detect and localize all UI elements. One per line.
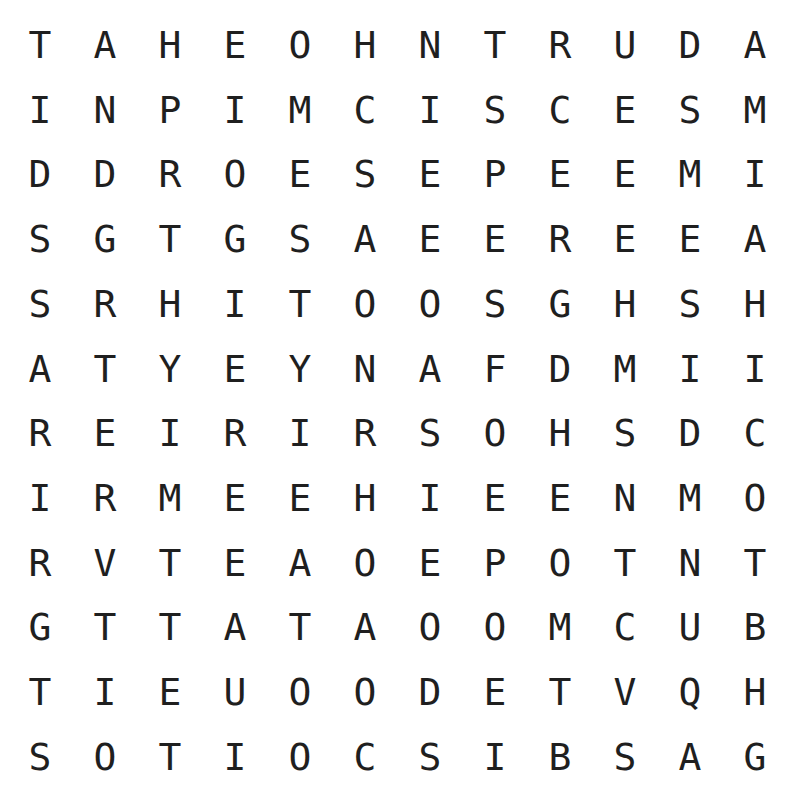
grid-cell-r4c10[interactable]: E — [593, 207, 658, 272]
grid-cell-r9c5[interactable]: A — [268, 530, 333, 595]
grid-cell-r7c4[interactable]: R — [203, 401, 268, 466]
grid-cell-r7c11[interactable]: D — [658, 401, 723, 466]
grid-cell-r5c12[interactable]: H — [723, 271, 788, 336]
grid-cell-r7c2[interactable]: E — [73, 401, 138, 466]
grid-cell-r10c1[interactable]: G — [8, 595, 73, 660]
grid-cell-r7c10[interactable]: S — [593, 401, 658, 466]
grid-cell-r5c7[interactable]: O — [398, 271, 463, 336]
grid-cell-r5c4[interactable]: I — [203, 271, 268, 336]
grid-cell-r11c8[interactable]: E — [463, 660, 528, 725]
grid-cell-r4c4[interactable]: G — [203, 207, 268, 272]
grid-cell-r9c9[interactable]: O — [528, 530, 593, 595]
grid-cell-r9c2[interactable]: V — [73, 530, 138, 595]
grid-cell-r3c6[interactable]: S — [333, 142, 398, 207]
grid-cell-r6c6[interactable]: N — [333, 336, 398, 401]
grid-cell-r2c2[interactable]: N — [73, 77, 138, 142]
grid-cell-r6c11[interactable]: I — [658, 336, 723, 401]
grid-cell-r7c8[interactable]: O — [463, 401, 528, 466]
grid-cell-r12c11[interactable]: A — [658, 725, 723, 790]
grid-cell-r6c2[interactable]: T — [73, 336, 138, 401]
grid-cell-r1c5[interactable]: O — [268, 13, 333, 78]
grid-cell-r8c7[interactable]: I — [398, 466, 463, 531]
grid-cell-r11c5[interactable]: O — [268, 660, 333, 725]
grid-cell-r3c9[interactable]: E — [528, 142, 593, 207]
grid-cell-r12c2[interactable]: O — [73, 725, 138, 790]
grid-cell-r3c12[interactable]: I — [723, 142, 788, 207]
grid-cell-r7c5[interactable]: I — [268, 401, 333, 466]
grid-cell-r10c4[interactable]: A — [203, 595, 268, 660]
grid-cell-r12c4[interactable]: I — [203, 725, 268, 790]
grid-cell-r3c4[interactable]: O — [203, 142, 268, 207]
grid-cell-r6c9[interactable]: D — [528, 336, 593, 401]
grid-cell-r6c3[interactable]: Y — [138, 336, 203, 401]
grid-cell-r11c7[interactable]: D — [398, 660, 463, 725]
grid-cell-r9c11[interactable]: N — [658, 530, 723, 595]
grid-cell-r2c9[interactable]: C — [528, 77, 593, 142]
grid-cell-r4c7[interactable]: E — [398, 207, 463, 272]
grid-cell-r6c1[interactable]: A — [8, 336, 73, 401]
grid-cell-r3c7[interactable]: E — [398, 142, 463, 207]
grid-cell-r1c1[interactable]: T — [8, 13, 73, 78]
grid-cell-r11c2[interactable]: I — [73, 660, 138, 725]
grid-cell-r10c9[interactable]: M — [528, 595, 593, 660]
grid-cell-r5c3[interactable]: H — [138, 271, 203, 336]
grid-cell-r5c8[interactable]: S — [463, 271, 528, 336]
grid-cell-r2c8[interactable]: S — [463, 77, 528, 142]
grid-cell-r10c6[interactable]: A — [333, 595, 398, 660]
grid-cell-r4c11[interactable]: E — [658, 207, 723, 272]
grid-cell-r1c9[interactable]: R — [528, 13, 593, 78]
grid-cell-r2c12[interactable]: M — [723, 77, 788, 142]
grid-cell-r3c10[interactable]: E — [593, 142, 658, 207]
grid-cell-r12c6[interactable]: C — [333, 725, 398, 790]
grid-cell-r2c7[interactable]: I — [398, 77, 463, 142]
grid-cell-r5c11[interactable]: S — [658, 271, 723, 336]
grid-cell-r10c2[interactable]: T — [73, 595, 138, 660]
grid-cell-r4c2[interactable]: G — [73, 207, 138, 272]
grid-cell-r9c8[interactable]: P — [463, 530, 528, 595]
grid-cell-r2c11[interactable]: S — [658, 77, 723, 142]
grid-cell-r6c5[interactable]: Y — [268, 336, 333, 401]
grid-cell-r2c6[interactable]: C — [333, 77, 398, 142]
grid-cell-r2c3[interactable]: P — [138, 77, 203, 142]
grid-cell-r8c4[interactable]: E — [203, 466, 268, 531]
grid-cell-r11c3[interactable]: E — [138, 660, 203, 725]
grid-cell-r12c8[interactable]: I — [463, 725, 528, 790]
grid-cell-r5c1[interactable]: S — [8, 271, 73, 336]
grid-cell-r8c6[interactable]: H — [333, 466, 398, 531]
grid-cell-r11c9[interactable]: T — [528, 660, 593, 725]
grid-cell-r10c3[interactable]: T — [138, 595, 203, 660]
grid-cell-r5c6[interactable]: O — [333, 271, 398, 336]
grid-cell-r3c8[interactable]: P — [463, 142, 528, 207]
grid-cell-r8c2[interactable]: R — [73, 466, 138, 531]
grid-cell-r1c7[interactable]: N — [398, 13, 463, 78]
grid-cell-r7c9[interactable]: H — [528, 401, 593, 466]
grid-cell-r9c6[interactable]: O — [333, 530, 398, 595]
grid-cell-r8c12[interactable]: O — [723, 466, 788, 531]
grid-cell-r6c4[interactable]: E — [203, 336, 268, 401]
grid-cell-r8c5[interactable]: E — [268, 466, 333, 531]
grid-cell-r5c5[interactable]: T — [268, 271, 333, 336]
grid-cell-r11c11[interactable]: Q — [658, 660, 723, 725]
grid-cell-r12c12[interactable]: G — [723, 725, 788, 790]
grid-cell-r8c11[interactable]: M — [658, 466, 723, 531]
grid-cell-r4c6[interactable]: A — [333, 207, 398, 272]
grid-cell-r7c6[interactable]: R — [333, 401, 398, 466]
grid-cell-r4c3[interactable]: T — [138, 207, 203, 272]
grid-cell-r7c1[interactable]: R — [8, 401, 73, 466]
grid-cell-r3c11[interactable]: M — [658, 142, 723, 207]
grid-cell-r1c8[interactable]: T — [463, 13, 528, 78]
grid-cell-r11c4[interactable]: U — [203, 660, 268, 725]
grid-cell-r5c9[interactable]: G — [528, 271, 593, 336]
grid-cell-r12c10[interactable]: S — [593, 725, 658, 790]
grid-cell-r10c5[interactable]: T — [268, 595, 333, 660]
grid-cell-r8c9[interactable]: E — [528, 466, 593, 531]
grid-cell-r12c3[interactable]: T — [138, 725, 203, 790]
grid-cell-r6c10[interactable]: M — [593, 336, 658, 401]
grid-cell-r2c10[interactable]: E — [593, 77, 658, 142]
grid-cell-r11c12[interactable]: H — [723, 660, 788, 725]
grid-cell-r10c10[interactable]: C — [593, 595, 658, 660]
grid-cell-r8c8[interactable]: E — [463, 466, 528, 531]
grid-cell-r5c2[interactable]: R — [73, 271, 138, 336]
grid-cell-r4c1[interactable]: S — [8, 207, 73, 272]
grid-cell-r1c2[interactable]: A — [73, 13, 138, 78]
word-search-puzzle: TAHEOHNTRUDAINPIMCISCESMDDROESEPEEMISGTG… — [0, 0, 800, 797]
grid-cell-r12c9[interactable]: B — [528, 725, 593, 790]
grid-cell-r2c1[interactable]: I — [8, 77, 73, 142]
grid-cell-r7c7[interactable]: S — [398, 401, 463, 466]
grid-cell-r3c2[interactable]: D — [73, 142, 138, 207]
grid-cell-r9c1[interactable]: R — [8, 530, 73, 595]
grid-cell-r10c12[interactable]: B — [723, 595, 788, 660]
grid-cell-r8c10[interactable]: N — [593, 466, 658, 531]
grid-cell-r5c10[interactable]: H — [593, 271, 658, 336]
grid-cell-r1c12[interactable]: A — [723, 13, 788, 78]
grid-cell-r12c7[interactable]: S — [398, 725, 463, 790]
grid-cell-r10c8[interactable]: O — [463, 595, 528, 660]
grid-cell-r8c3[interactable]: M — [138, 466, 203, 531]
grid-cell-r1c11[interactable]: D — [658, 13, 723, 78]
grid-cell-r9c7[interactable]: E — [398, 530, 463, 595]
grid-cell-r10c11[interactable]: U — [658, 595, 723, 660]
grid-cell-r11c10[interactable]: V — [593, 660, 658, 725]
grid-cell-r3c1[interactable]: D — [8, 142, 73, 207]
grid-cell-r8c1[interactable]: I — [8, 466, 73, 531]
grid-cell-r7c3[interactable]: I — [138, 401, 203, 466]
grid-cell-r2c5[interactable]: M — [268, 77, 333, 142]
grid-cell-r9c10[interactable]: T — [593, 530, 658, 595]
grid-cell-r12c1[interactable]: S — [8, 725, 73, 790]
grid-cell-r11c1[interactable]: T — [8, 660, 73, 725]
grid-cell-r9c4[interactable]: E — [203, 530, 268, 595]
grid-cell-r12c5[interactable]: O — [268, 725, 333, 790]
grid-cell-r6c7[interactable]: A — [398, 336, 463, 401]
grid-cell-r9c3[interactable]: T — [138, 530, 203, 595]
grid-cell-r1c4[interactable]: E — [203, 13, 268, 78]
grid-cell-r3c3[interactable]: R — [138, 142, 203, 207]
grid-cell-r4c9[interactable]: R — [528, 207, 593, 272]
grid-cell-r11c6[interactable]: O — [333, 660, 398, 725]
grid-cell-r4c12[interactable]: A — [723, 207, 788, 272]
grid-cell-r6c12[interactable]: I — [723, 336, 788, 401]
grid-cell-r3c5[interactable]: E — [268, 142, 333, 207]
grid-cell-r6c8[interactable]: F — [463, 336, 528, 401]
grid-cell-r4c5[interactable]: S — [268, 207, 333, 272]
grid-cell-r9c12[interactable]: T — [723, 530, 788, 595]
word-search-grid: TAHEOHNTRUDAINPIMCISCESMDDROESEPEEMISGTG… — [8, 13, 788, 790]
grid-cell-r10c7[interactable]: O — [398, 595, 463, 660]
grid-cell-r7c12[interactable]: C — [723, 401, 788, 466]
grid-cell-r2c4[interactable]: I — [203, 77, 268, 142]
grid-cell-r4c8[interactable]: E — [463, 207, 528, 272]
grid-cell-r1c6[interactable]: H — [333, 13, 398, 78]
grid-cell-r1c10[interactable]: U — [593, 13, 658, 78]
grid-cell-r1c3[interactable]: H — [138, 13, 203, 78]
